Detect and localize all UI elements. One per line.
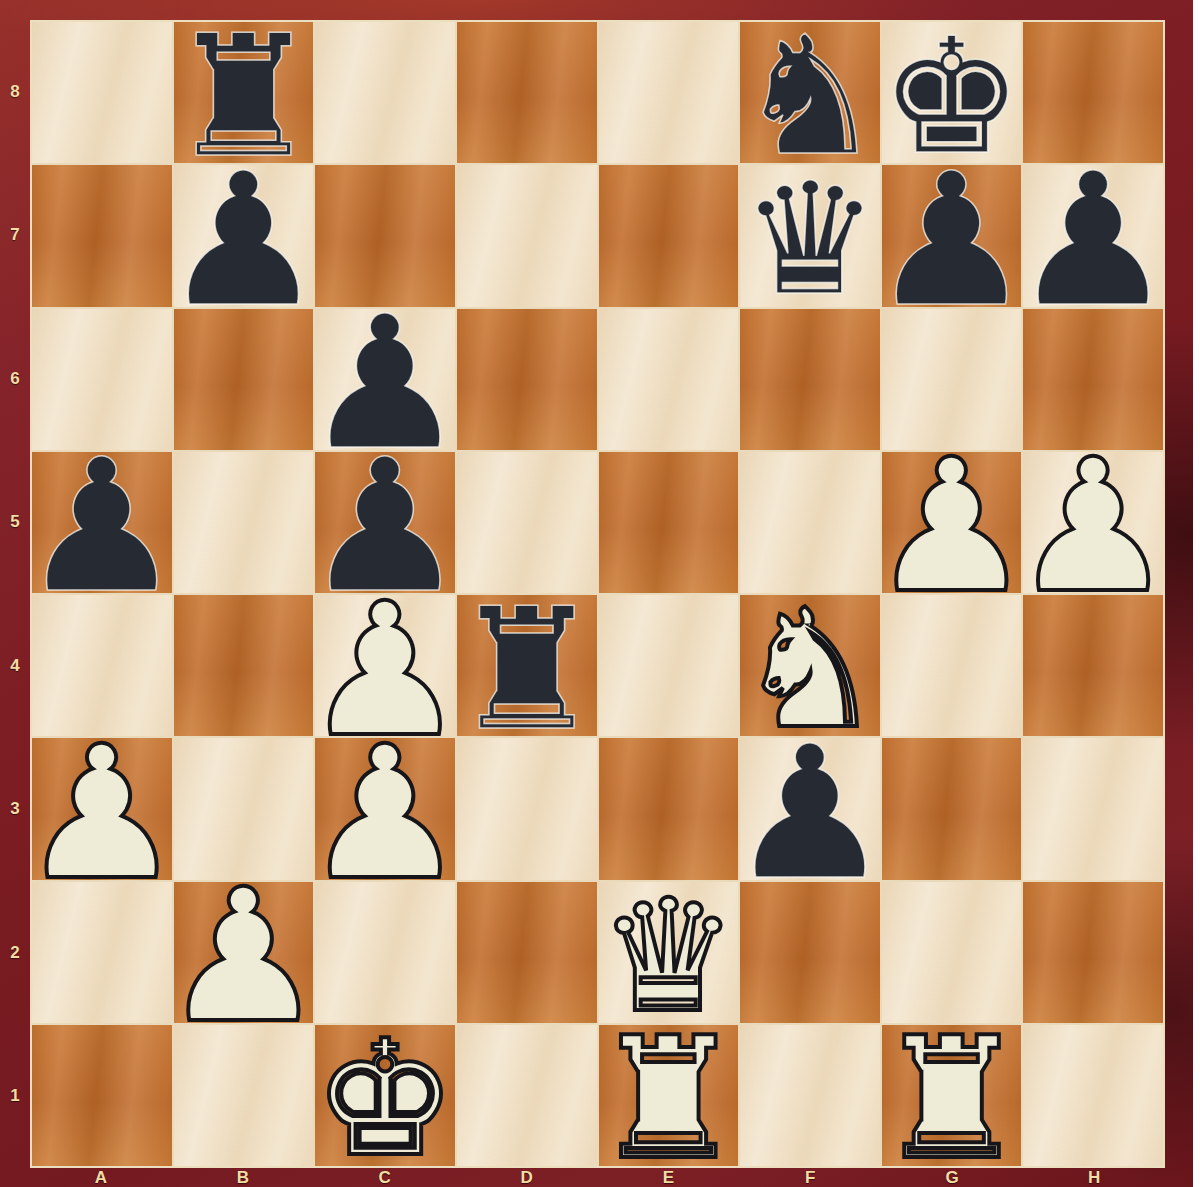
square-a5[interactable]: ♟ [32,452,172,593]
square-e2[interactable]: ♛ [599,882,739,1023]
square-e1[interactable]: ♜ [599,1025,739,1166]
square-e5[interactable] [599,452,739,593]
square-d6[interactable] [457,309,597,450]
square-b6[interactable] [174,309,314,450]
piece-black-knight-f8[interactable]: ♞ [740,26,880,163]
square-b7[interactable]: ♟ [174,165,314,306]
piece-black-rook-d4[interactable]: ♜ [457,599,597,736]
file-labels: ABCDEFGH [30,1168,1165,1187]
file-label-f: F [739,1168,881,1187]
square-f5[interactable] [740,452,880,593]
square-f1[interactable] [740,1025,880,1166]
right-margin-strip [1193,0,1200,1187]
square-h7[interactable]: ♟ [1023,165,1163,306]
square-d8[interactable] [457,22,597,163]
square-d1[interactable] [457,1025,597,1166]
rank-label-7: 7 [0,164,30,308]
square-b4[interactable] [174,595,314,736]
piece-black-pawn-g7[interactable]: ♟ [882,169,1022,306]
square-e7[interactable] [599,165,739,306]
piece-white-queen-e2[interactable]: ♛ [599,886,739,1023]
file-label-e: E [598,1168,740,1187]
file-label-g: G [881,1168,1023,1187]
piece-white-pawn-b2[interactable]: ♟ [174,886,314,1023]
square-a3[interactable]: ♟ [32,738,172,879]
square-c6[interactable]: ♟ [315,309,455,450]
rank-label-2: 2 [0,881,30,1025]
file-label-a: A [30,1168,172,1187]
square-b2[interactable]: ♟ [174,882,314,1023]
piece-white-pawn-h5[interactable]: ♟ [1023,456,1163,593]
square-d2[interactable] [457,882,597,1023]
square-a2[interactable] [32,882,172,1023]
square-a6[interactable] [32,309,172,450]
square-c2[interactable] [315,882,455,1023]
piece-white-rook-g1[interactable]: ♜ [882,1029,1022,1166]
square-e4[interactable] [599,595,739,736]
rank-label-8: 8 [0,20,30,164]
square-f7[interactable]: ♛ [740,165,880,306]
square-b1[interactable] [174,1025,314,1166]
piece-black-pawn-h7[interactable]: ♟ [1023,169,1163,306]
file-label-c: C [314,1168,456,1187]
square-h1[interactable] [1023,1025,1163,1166]
square-g1[interactable]: ♜ [882,1025,1022,1166]
square-c5[interactable]: ♟ [315,452,455,593]
square-d4[interactable]: ♜ [457,595,597,736]
square-b8[interactable]: ♜ [174,22,314,163]
square-f6[interactable] [740,309,880,450]
square-e3[interactable] [599,738,739,879]
piece-white-pawn-g5[interactable]: ♟ [882,456,1022,593]
square-h2[interactable] [1023,882,1163,1023]
rank-label-1: 1 [0,1025,30,1169]
square-h4[interactable] [1023,595,1163,736]
board-frame: 87654321 ♜♞♚♟♛♟♟♟♟♟♟♟♟♜♞♟♟♟♟♛♚♜♜ ABCDEFG… [0,0,1200,1187]
square-c3[interactable]: ♟ [315,738,455,879]
square-a7[interactable] [32,165,172,306]
piece-black-queen-f7[interactable]: ♛ [740,169,880,306]
file-label-b: B [172,1168,314,1187]
chess-board[interactable]: ♜♞♚♟♛♟♟♟♟♟♟♟♟♜♞♟♟♟♟♛♚♜♜ [30,20,1165,1168]
square-g3[interactable] [882,738,1022,879]
file-label-h: H [1023,1168,1165,1187]
rank-label-6: 6 [0,307,30,451]
piece-black-pawn-f3[interactable]: ♟ [740,742,880,879]
square-g7[interactable]: ♟ [882,165,1022,306]
square-a4[interactable] [32,595,172,736]
piece-white-rook-e1[interactable]: ♜ [599,1029,739,1166]
piece-black-king-g8[interactable]: ♚ [882,26,1022,163]
square-e8[interactable] [599,22,739,163]
square-f8[interactable]: ♞ [740,22,880,163]
square-h3[interactable] [1023,738,1163,879]
piece-white-king-c1[interactable]: ♚ [315,1029,455,1166]
square-c4[interactable]: ♟ [315,595,455,736]
square-h5[interactable]: ♟ [1023,452,1163,593]
piece-black-pawn-a5[interactable]: ♟ [32,456,172,593]
square-b5[interactable] [174,452,314,593]
rank-label-4: 4 [0,594,30,738]
file-label-d: D [456,1168,598,1187]
square-d3[interactable] [457,738,597,879]
rank-labels: 87654321 [0,20,30,1168]
square-g4[interactable] [882,595,1022,736]
square-f3[interactable]: ♟ [740,738,880,879]
rank-label-5: 5 [0,451,30,595]
square-b3[interactable] [174,738,314,879]
piece-black-pawn-c6[interactable]: ♟ [315,313,455,450]
square-d7[interactable] [457,165,597,306]
rank-label-3: 3 [0,738,30,882]
piece-white-pawn-a3[interactable]: ♟ [32,742,172,879]
square-e6[interactable] [599,309,739,450]
square-c1[interactable]: ♚ [315,1025,455,1166]
square-c7[interactable] [315,165,455,306]
square-f2[interactable] [740,882,880,1023]
square-d5[interactable] [457,452,597,593]
square-g8[interactable]: ♚ [882,22,1022,163]
square-g2[interactable] [882,882,1022,1023]
square-c8[interactable] [315,22,455,163]
piece-white-knight-f4[interactable]: ♞ [740,599,880,736]
square-g6[interactable] [882,309,1022,450]
square-a1[interactable] [32,1025,172,1166]
square-g5[interactable]: ♟ [882,452,1022,593]
square-f4[interactable]: ♞ [740,595,880,736]
square-a8[interactable] [32,22,172,163]
piece-white-pawn-c4[interactable]: ♟ [315,599,455,736]
piece-black-rook-b8[interactable]: ♜ [174,26,314,163]
square-h8[interactable] [1023,22,1163,163]
square-h6[interactable] [1023,309,1163,450]
piece-white-pawn-c3[interactable]: ♟ [315,742,455,879]
piece-black-pawn-b7[interactable]: ♟ [174,169,314,306]
piece-black-pawn-c5[interactable]: ♟ [315,456,455,593]
